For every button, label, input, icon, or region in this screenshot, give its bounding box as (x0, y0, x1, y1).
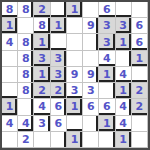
cell-r7c5[interactable]: 1 (67, 99, 83, 115)
cell-digit: 1 (103, 118, 111, 129)
fillomino-board: 8821618193364813168334181399148223312146… (0, 0, 150, 150)
cell-r4c5[interactable] (67, 51, 83, 67)
cell-r2c2[interactable] (18, 18, 34, 34)
cell-r4c8[interactable] (116, 51, 132, 67)
cell-r7c4[interactable]: 6 (51, 99, 67, 115)
cell-r5c4[interactable]: 3 (51, 67, 67, 83)
cell-r9c2[interactable]: 2 (18, 132, 34, 148)
cell-r6c9[interactable]: 2 (132, 83, 148, 99)
cell-r7c9[interactable]: 2 (132, 99, 148, 115)
cell-r5c6[interactable]: 9 (83, 67, 99, 83)
cell-digit: 1 (6, 20, 14, 31)
cell-digit: 9 (87, 69, 95, 80)
cell-digit: 3 (71, 85, 79, 96)
cell-r7c3[interactable]: 4 (34, 99, 50, 115)
cell-digit: 1 (119, 134, 127, 145)
cell-digit: 4 (119, 101, 127, 112)
cell-digit: 8 (38, 20, 46, 31)
cell-digit: 1 (71, 101, 79, 112)
cell-r6c7[interactable] (99, 83, 115, 99)
cell-digit: 4 (6, 37, 14, 48)
cell-digit: 8 (6, 4, 14, 15)
cell-r3c7[interactable]: 3 (99, 34, 115, 50)
cell-digit: 1 (6, 101, 14, 112)
cell-r2c4[interactable]: 1 (51, 18, 67, 34)
cell-digit: 3 (103, 37, 111, 48)
cell-digit: 1 (38, 37, 46, 48)
cell-digit: 3 (119, 20, 127, 31)
cell-r5c8[interactable]: 4 (116, 67, 132, 83)
cell-r1c1[interactable]: 8 (2, 2, 18, 18)
cell-r8c4[interactable]: 6 (51, 116, 67, 132)
cell-r4c9[interactable]: 1 (132, 51, 148, 67)
cell-digit: 2 (136, 101, 144, 112)
cell-digit: 6 (103, 4, 111, 15)
cell-r1c7[interactable]: 6 (99, 2, 115, 18)
cell-r2c1[interactable]: 1 (2, 18, 18, 34)
cell-r7c8[interactable]: 4 (116, 99, 132, 115)
cell-digit: 1 (54, 20, 62, 31)
cell-r8c1[interactable]: 4 (2, 116, 18, 132)
cell-r5c2[interactable]: 8 (18, 67, 34, 83)
cell-r3c6[interactable] (83, 34, 99, 50)
cell-r2c8[interactable]: 3 (116, 18, 132, 34)
cell-digit: 3 (54, 69, 62, 80)
cell-r5c1[interactable] (2, 67, 18, 83)
cell-r5c7[interactable]: 1 (99, 67, 115, 83)
cell-digit: 2 (54, 85, 62, 96)
cell-r3c2[interactable]: 8 (18, 34, 34, 50)
cell-r6c1[interactable] (2, 83, 18, 99)
cell-r4c1[interactable] (2, 51, 18, 67)
cell-r5c3[interactable]: 1 (34, 67, 50, 83)
cell-digit: 1 (136, 53, 144, 64)
cell-r8c7[interactable]: 1 (99, 116, 115, 132)
cell-r8c8[interactable]: 4 (116, 116, 132, 132)
cell-digit: 2 (22, 134, 30, 145)
cell-r7c2[interactable] (18, 99, 34, 115)
cell-digit: 9 (87, 20, 95, 31)
cell-r8c9[interactable] (132, 116, 148, 132)
cell-r7c1[interactable]: 1 (2, 99, 18, 115)
cell-r1c3[interactable]: 2 (34, 2, 50, 18)
cell-r6c4[interactable]: 2 (51, 83, 67, 99)
cell-r9c3[interactable] (34, 132, 50, 148)
cell-r9c7[interactable] (99, 132, 115, 148)
cell-r7c6[interactable]: 6 (83, 99, 99, 115)
cell-r3c1[interactable]: 4 (2, 34, 18, 50)
cell-digit: 3 (38, 118, 46, 129)
cell-r3c9[interactable]: 6 (132, 34, 148, 50)
cell-digit: 4 (119, 118, 127, 129)
cell-r9c8[interactable]: 1 (116, 132, 132, 148)
cell-digit: 1 (71, 134, 79, 145)
cell-r1c2[interactable]: 8 (18, 2, 34, 18)
cell-r6c8[interactable]: 1 (116, 83, 132, 99)
cell-r8c2[interactable]: 4 (18, 116, 34, 132)
cell-r6c2[interactable]: 8 (18, 83, 34, 99)
cell-digit: 2 (38, 85, 46, 96)
cell-digit: 1 (38, 69, 46, 80)
cell-digit: 6 (54, 118, 62, 129)
cell-digit: 3 (103, 20, 111, 31)
cell-r8c6[interactable] (83, 116, 99, 132)
cell-r4c7[interactable]: 4 (99, 51, 115, 67)
cell-digit: 4 (38, 101, 46, 112)
cell-r4c2[interactable]: 8 (18, 51, 34, 67)
cell-digit: 8 (22, 4, 30, 15)
cell-digit: 8 (22, 53, 30, 64)
cell-r5c9[interactable] (132, 67, 148, 83)
cell-r1c4[interactable] (51, 2, 67, 18)
cell-digit: 8 (22, 37, 30, 48)
cell-r1c9[interactable] (132, 2, 148, 18)
cell-r3c5[interactable] (67, 34, 83, 50)
cell-r8c5[interactable] (67, 116, 83, 132)
cell-r4c3[interactable]: 3 (34, 51, 50, 67)
cell-r2c7[interactable]: 3 (99, 18, 115, 34)
cell-r2c3[interactable]: 8 (34, 18, 50, 34)
cell-digit: 4 (119, 69, 127, 80)
cell-r3c8[interactable]: 1 (116, 34, 132, 50)
cell-digit: 1 (119, 37, 127, 48)
cell-r3c4[interactable] (51, 34, 67, 50)
cell-digit: 3 (87, 85, 95, 96)
cell-digit: 6 (87, 101, 95, 112)
cell-digit: 1 (119, 85, 127, 96)
cell-r9c4[interactable] (51, 132, 67, 148)
cell-digit: 3 (38, 53, 46, 64)
cell-r4c4[interactable]: 3 (51, 51, 67, 67)
cell-digit: 4 (6, 118, 14, 129)
cell-r1c6[interactable] (83, 2, 99, 18)
cell-digit: 8 (22, 69, 30, 80)
cell-digit: 2 (136, 85, 144, 96)
cell-digit: 9 (71, 69, 79, 80)
cell-digit: 6 (54, 101, 62, 112)
cell-r9c9[interactable] (132, 132, 148, 148)
cell-r9c5[interactable]: 1 (67, 132, 83, 148)
cell-digit: 1 (103, 69, 111, 80)
cell-digit: 8 (22, 85, 30, 96)
cell-digit: 4 (103, 53, 111, 64)
cell-r1c5[interactable]: 1 (67, 2, 83, 18)
cell-r2c9[interactable]: 6 (132, 18, 148, 34)
cell-r9c1[interactable] (2, 132, 18, 148)
cell-r2c5[interactable] (67, 18, 83, 34)
cell-r6c3[interactable]: 2 (34, 83, 50, 99)
cell-r1c8[interactable] (116, 2, 132, 18)
cell-r6c5[interactable]: 3 (67, 83, 83, 99)
cell-digit: 6 (103, 101, 111, 112)
cell-digit: 6 (136, 37, 144, 48)
cell-r8c3[interactable]: 3 (34, 116, 50, 132)
cell-r5c5[interactable]: 9 (67, 67, 83, 83)
cell-r9c6[interactable] (83, 132, 99, 148)
cell-r6c6[interactable]: 3 (83, 83, 99, 99)
cell-digit: 2 (38, 4, 46, 15)
cell-r2c6[interactable]: 9 (83, 18, 99, 34)
cell-digit: 6 (136, 20, 144, 31)
cell-r3c3[interactable]: 1 (34, 34, 50, 50)
cell-digit: 3 (54, 53, 62, 64)
cell-digit: 4 (22, 118, 30, 129)
cell-r4c6[interactable] (83, 51, 99, 67)
cell-r7c7[interactable]: 6 (99, 99, 115, 115)
cell-digit: 1 (71, 4, 79, 15)
